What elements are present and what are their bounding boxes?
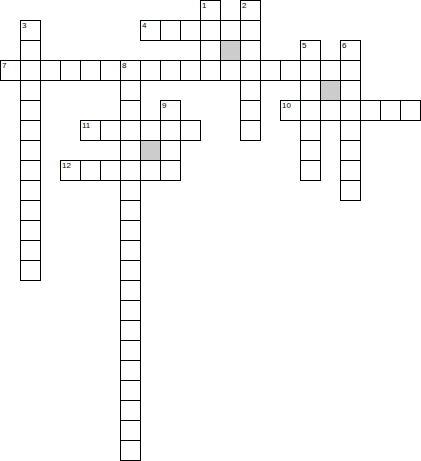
clue-number-12: 12 [62, 161, 71, 170]
cell-r8c5[interactable] [100, 160, 121, 181]
cell-r6c1[interactable] [20, 120, 41, 141]
cell-r1c12[interactable] [240, 20, 261, 41]
crossword-board: 123456789101112 [0, 0, 421, 461]
cell-r5c16[interactable] [320, 100, 341, 121]
cell-r6c7[interactable] [140, 120, 161, 141]
cell-r2c15[interactable]: 5 [300, 40, 321, 61]
cell-r3c4[interactable] [80, 60, 101, 81]
cell-r1c9[interactable] [180, 20, 201, 41]
cell-r8c17[interactable] [340, 160, 361, 181]
cell-r9c1[interactable] [20, 180, 41, 201]
cell-r5c8[interactable]: 9 [160, 100, 181, 121]
cell-r3c5[interactable] [100, 60, 121, 81]
cell-r3c15[interactable] [300, 60, 321, 81]
cell-r5c17[interactable] [340, 100, 361, 121]
cell-r5c6[interactable] [120, 100, 141, 121]
cell-r22c6[interactable] [120, 440, 141, 461]
cell-r5c19[interactable] [380, 100, 401, 121]
cell-r8c4[interactable] [80, 160, 101, 181]
cell-r8c1[interactable] [20, 160, 41, 181]
cell-r8c15[interactable] [300, 160, 321, 181]
cell-r3c1[interactable] [20, 60, 41, 81]
cell-r6c6[interactable] [120, 120, 141, 141]
cell-r17c6[interactable] [120, 340, 141, 361]
cell-r6c8[interactable] [160, 120, 181, 141]
cell-r12c6[interactable] [120, 240, 141, 261]
shaded-cell-r7c7[interactable] [140, 140, 161, 161]
cell-r2c1[interactable] [20, 40, 41, 61]
cell-r7c1[interactable] [20, 140, 41, 161]
cell-r3c13[interactable] [260, 60, 281, 81]
shaded-cell-r4c16[interactable] [320, 80, 341, 101]
cell-r9c6[interactable] [120, 180, 141, 201]
cell-r2c17[interactable]: 6 [340, 40, 361, 61]
cell-r5c1[interactable] [20, 100, 41, 121]
cell-r1c10[interactable] [200, 20, 221, 41]
cell-r3c10[interactable] [200, 60, 221, 81]
cell-r3c6[interactable]: 8 [120, 60, 141, 81]
cell-r15c6[interactable] [120, 300, 141, 321]
clue-number-10: 10 [282, 101, 291, 110]
cell-r2c12[interactable] [240, 40, 261, 61]
cell-r10c1[interactable] [20, 200, 41, 221]
cell-r1c1[interactable]: 3 [20, 20, 41, 41]
cell-r6c9[interactable] [180, 120, 201, 141]
cell-r5c12[interactable] [240, 100, 261, 121]
cell-r3c8[interactable] [160, 60, 181, 81]
cell-r0c12[interactable]: 2 [240, 0, 261, 21]
cell-r7c17[interactable] [340, 140, 361, 161]
cell-r10c6[interactable] [120, 200, 141, 221]
cell-r7c15[interactable] [300, 140, 321, 161]
cell-r3c16[interactable] [320, 60, 341, 81]
cell-r3c9[interactable] [180, 60, 201, 81]
cell-r14c6[interactable] [120, 280, 141, 301]
cell-r2c10[interactable] [200, 40, 221, 61]
cell-r6c15[interactable] [300, 120, 321, 141]
clue-number-6: 6 [342, 41, 346, 50]
cell-r9c17[interactable] [340, 180, 361, 201]
cell-r0c10[interactable]: 1 [200, 0, 221, 21]
shaded-cell-r2c11[interactable] [220, 40, 241, 61]
cell-r5c20[interactable] [400, 100, 421, 121]
clue-number-11: 11 [82, 121, 90, 130]
cell-r6c5[interactable] [100, 120, 121, 141]
cell-r1c8[interactable] [160, 20, 181, 41]
cell-r8c3[interactable]: 12 [60, 160, 81, 181]
cell-r12c1[interactable] [20, 240, 41, 261]
cell-r7c6[interactable] [120, 140, 141, 161]
clue-number-1: 1 [202, 1, 206, 10]
cell-r19c6[interactable] [120, 380, 141, 401]
cell-r5c15[interactable] [300, 100, 321, 121]
cell-r3c7[interactable] [140, 60, 161, 81]
clue-number-5: 5 [302, 41, 306, 50]
cell-r6c17[interactable] [340, 120, 361, 141]
cell-r3c3[interactable] [60, 60, 81, 81]
cell-r3c0[interactable]: 7 [0, 60, 21, 81]
clue-number-8: 8 [122, 61, 126, 70]
cell-r5c14[interactable]: 10 [280, 100, 301, 121]
clue-number-3: 3 [22, 21, 26, 30]
cell-r4c6[interactable] [120, 80, 141, 101]
cell-r16c6[interactable] [120, 320, 141, 341]
clue-number-7: 7 [2, 61, 6, 70]
cell-r6c4[interactable]: 11 [80, 120, 101, 141]
cell-r18c6[interactable] [120, 360, 141, 381]
cell-r5c18[interactable] [360, 100, 381, 121]
cell-r11c6[interactable] [120, 220, 141, 241]
cell-r3c17[interactable] [340, 60, 361, 81]
cell-r7c8[interactable] [160, 140, 181, 161]
clue-number-9: 9 [162, 101, 166, 110]
cell-r11c1[interactable] [20, 220, 41, 241]
cell-r4c1[interactable] [20, 80, 41, 101]
cell-r1c11[interactable] [220, 20, 241, 41]
cell-r3c2[interactable] [40, 60, 61, 81]
cell-r20c6[interactable] [120, 400, 141, 421]
cell-r4c17[interactable] [340, 80, 361, 101]
cell-r4c12[interactable] [240, 80, 261, 101]
cell-r3c14[interactable] [280, 60, 301, 81]
clue-number-4: 4 [142, 21, 146, 30]
cell-r8c7[interactable] [140, 160, 161, 181]
cell-r4c15[interactable] [300, 80, 321, 101]
cell-r3c12[interactable] [240, 60, 261, 81]
clue-number-2: 2 [242, 1, 246, 10]
cell-r21c6[interactable] [120, 420, 141, 441]
cell-r13c6[interactable] [120, 260, 141, 281]
cell-r8c6[interactable] [120, 160, 141, 181]
cell-r13c1[interactable] [20, 260, 41, 281]
cell-r1c7[interactable]: 4 [140, 20, 161, 41]
cell-r6c12[interactable] [240, 120, 261, 141]
cell-r3c11[interactable] [220, 60, 241, 81]
cell-r8c8[interactable] [160, 160, 181, 181]
